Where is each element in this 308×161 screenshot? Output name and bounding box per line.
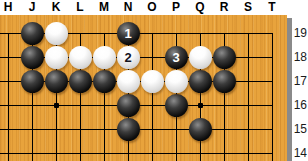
white-stone[interactable] bbox=[45, 46, 68, 69]
black-stone[interactable] bbox=[69, 70, 92, 93]
black-stone[interactable]: 1 bbox=[117, 22, 140, 45]
white-stone[interactable] bbox=[165, 70, 188, 93]
go-board[interactable]: 132 bbox=[0, 15, 287, 161]
black-stone[interactable] bbox=[165, 94, 188, 117]
row-label: 15 bbox=[292, 122, 307, 136]
column-label: N bbox=[117, 0, 139, 15]
white-stone[interactable] bbox=[189, 46, 212, 69]
column-label: Q bbox=[189, 0, 211, 15]
black-stone[interactable] bbox=[93, 70, 116, 93]
black-stone[interactable] bbox=[117, 118, 140, 141]
black-stone[interactable] bbox=[189, 70, 212, 93]
grid-line-vertical bbox=[272, 33, 273, 161]
white-stone[interactable] bbox=[45, 22, 68, 45]
go-board-diagram: HJKLMNOPQRST 132 191817161514 bbox=[0, 0, 308, 161]
column-label: L bbox=[69, 0, 91, 15]
column-label: H bbox=[0, 0, 19, 15]
grid-line-horizontal bbox=[0, 153, 273, 154]
white-stone[interactable] bbox=[117, 70, 140, 93]
row-label: 17 bbox=[292, 74, 307, 88]
row-label: 14 bbox=[292, 146, 307, 160]
move-number-label: 3 bbox=[172, 50, 179, 65]
white-stone[interactable]: 2 bbox=[117, 46, 140, 69]
white-stone[interactable] bbox=[69, 46, 92, 69]
column-label: M bbox=[93, 0, 115, 15]
move-number-label: 1 bbox=[124, 26, 131, 41]
black-stone[interactable] bbox=[213, 70, 236, 93]
black-stone[interactable] bbox=[189, 118, 212, 141]
black-stone[interactable] bbox=[21, 46, 44, 69]
black-stone[interactable] bbox=[117, 94, 140, 117]
grid-line-vertical bbox=[152, 33, 153, 161]
black-stone[interactable] bbox=[45, 70, 68, 93]
row-label: 16 bbox=[292, 98, 307, 112]
move-number-label: 2 bbox=[124, 50, 131, 65]
column-label: J bbox=[21, 0, 43, 15]
black-stone[interactable]: 3 bbox=[165, 46, 188, 69]
grid-line-vertical bbox=[248, 33, 249, 161]
column-labels: HJKLMNOPQRST bbox=[0, 0, 308, 15]
row-labels: 191817161514 bbox=[292, 0, 308, 161]
white-stone[interactable] bbox=[141, 70, 164, 93]
star-point bbox=[54, 103, 59, 108]
black-stone[interactable] bbox=[21, 22, 44, 45]
column-label: K bbox=[45, 0, 67, 15]
column-label: P bbox=[165, 0, 187, 15]
star-point bbox=[198, 103, 203, 108]
black-stone[interactable] bbox=[213, 46, 236, 69]
white-stone[interactable] bbox=[93, 46, 116, 69]
row-label: 19 bbox=[292, 26, 307, 40]
column-label: R bbox=[213, 0, 235, 15]
row-label: 18 bbox=[292, 50, 307, 64]
column-label: S bbox=[237, 0, 259, 15]
black-stone[interactable] bbox=[21, 70, 44, 93]
column-label: T bbox=[261, 0, 283, 15]
column-label: O bbox=[141, 0, 163, 15]
grid-line-vertical bbox=[8, 33, 9, 161]
